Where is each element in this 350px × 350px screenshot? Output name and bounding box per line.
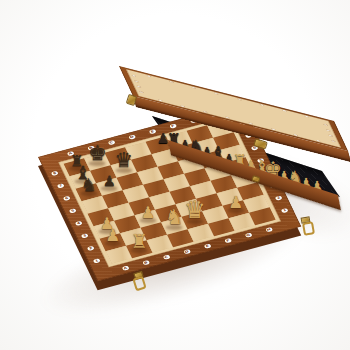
piece-black-queen-c7: ♛	[115, 150, 134, 171]
piece-white-pawn-c3: ♟	[141, 205, 155, 221]
lid-coordinate-dot	[237, 98, 241, 100]
file-label-a: A	[121, 266, 129, 271]
lid-coordinate-dot	[158, 99, 162, 101]
file-label-top-c: C	[107, 140, 115, 145]
lid-coordinate-dot	[305, 116, 309, 118]
lid-coordinate-dot	[181, 105, 185, 107]
lid-coordinate-dot	[248, 123, 252, 125]
lid-coordinate-dot	[324, 124, 328, 126]
piece-white-pawn-a2: ♟	[105, 228, 120, 245]
file-label-e: E	[203, 244, 211, 249]
file-label-d: D	[183, 249, 191, 254]
lid-coordinate-dot	[139, 91, 143, 93]
lid-coordinate-dot	[134, 80, 138, 82]
lid-coordinate-dot	[329, 135, 333, 137]
lid-coordinate-dot	[331, 140, 335, 142]
lid-coordinate-dot	[147, 75, 151, 77]
lid-coordinate-dot	[226, 117, 230, 119]
piece-white-pawn-g2: ♟	[228, 195, 243, 212]
piece-white-queen-e2: ♛	[184, 198, 206, 222]
lid-coordinate-dot	[203, 111, 207, 113]
rank-label-right-2: 2	[275, 195, 283, 200]
lid-coordinate-dot	[282, 110, 286, 112]
piece-black-king-b8: ♚	[88, 143, 107, 164]
lid-coordinate-dot	[132, 75, 136, 77]
rank-label-5: 5	[69, 208, 77, 213]
file-label-top-d: D	[128, 135, 136, 140]
lid-coordinate-dot	[316, 140, 320, 142]
lid-coordinate-dot	[215, 93, 219, 95]
lid-coordinate-dot	[271, 128, 275, 130]
file-label-c: C	[162, 255, 170, 260]
rank-label-1: 1	[93, 258, 101, 263]
rank-label-8: 8	[51, 171, 59, 176]
file-label-top-f: F	[169, 124, 177, 129]
rank-label-4: 4	[75, 221, 83, 226]
file-label-h: H	[265, 227, 273, 232]
file-label-b: B	[142, 260, 150, 265]
rank-label-6: 6	[63, 196, 71, 201]
piece-white-knight-d2: ♞	[165, 207, 183, 227]
piece-black-knight-a6: ♞	[81, 176, 97, 194]
brass-clasp-ring-icon	[302, 221, 315, 236]
lid-coordinate-dot	[169, 81, 173, 83]
piece-black-pawn-b6: ♟	[103, 174, 116, 189]
lid-coordinate-dot	[137, 86, 141, 88]
file-label-top-e: E	[148, 129, 156, 134]
lid-coordinate-dot	[260, 104, 264, 106]
lid-coordinate-dot	[192, 87, 196, 89]
piece-white-rook-b1: ♜	[131, 232, 148, 251]
file-label-g: G	[244, 233, 252, 238]
rank-label-3: 3	[81, 233, 89, 238]
rank-label-2: 2	[87, 246, 95, 251]
lid-coordinate-dot	[326, 129, 330, 131]
lid-coordinate-dot	[294, 134, 298, 136]
rank-label-right-1: 1	[281, 208, 289, 213]
file-label-f: F	[224, 238, 232, 243]
rank-label-7: 7	[57, 183, 65, 188]
chess-set-product-photo: ♟♜♟♞♟♝♟♜♟♝♚♟♞♟♟ AA11BB22CC33DD44EE55FF66…	[0, 0, 350, 350]
